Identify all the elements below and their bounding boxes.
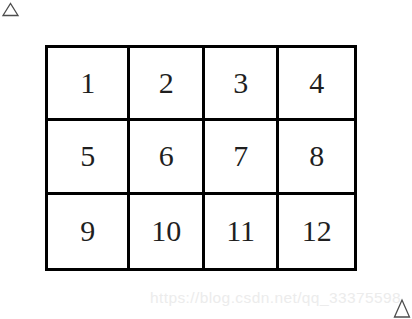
grid-cell-r3c4: 12 bbox=[279, 195, 354, 268]
grid-cell-r1c1: 1 bbox=[48, 48, 130, 121]
grid-cell-r2c3: 7 bbox=[205, 121, 280, 194]
grid-cell-r3c1: 9 bbox=[48, 195, 130, 268]
number-grid-board: 1 2 3 4 5 6 7 8 9 10 11 12 bbox=[45, 45, 357, 271]
grid-cell-r2c1: 5 bbox=[48, 121, 130, 194]
grid-cell-r2c2: 6 bbox=[130, 121, 205, 194]
grid-cell-r1c4: 4 bbox=[279, 48, 354, 121]
grid-cell-r1c2: 2 bbox=[130, 48, 205, 121]
diagram-canvas: 1 2 3 4 5 6 7 8 9 10 11 12 https://blog.… bbox=[0, 0, 412, 319]
triangle-marker-top-left-icon bbox=[1, 1, 21, 19]
triangle-marker-bottom-right-icon bbox=[392, 297, 412, 319]
grid-cell-r3c3: 11 bbox=[205, 195, 280, 268]
grid-cell-r1c3: 3 bbox=[205, 48, 280, 121]
watermark: https://blog.csdn.net/qq_33375598 bbox=[150, 289, 401, 307]
grid-cell-r2c4: 8 bbox=[279, 121, 354, 194]
grid-cell-r3c2: 10 bbox=[130, 195, 205, 268]
